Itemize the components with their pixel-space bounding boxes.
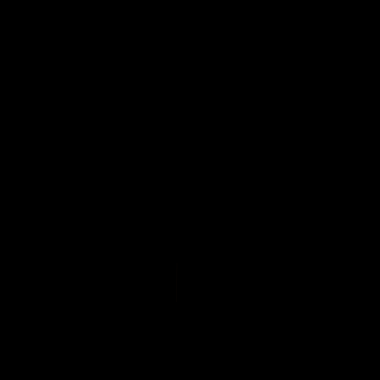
product-photo xyxy=(0,0,380,380)
chess-board xyxy=(0,0,324,324)
board-field xyxy=(19,19,305,305)
backdrop-strip xyxy=(0,316,380,380)
